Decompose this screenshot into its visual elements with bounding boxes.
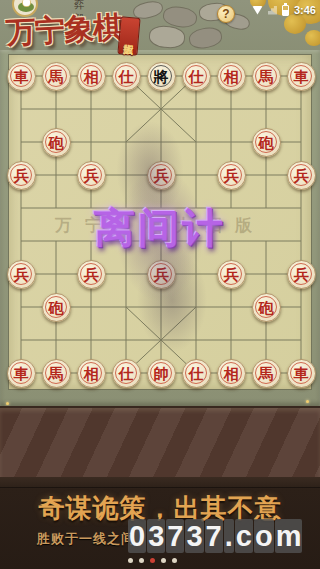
piece-仕-red[interactable]: 仕: [182, 359, 211, 388]
help-button[interactable]: ?: [217, 5, 235, 23]
board-grid: [9, 55, 313, 391]
carousel-dot-1[interactable]: [139, 558, 144, 563]
carousel-dot-2[interactable]: [150, 558, 155, 563]
piece-兵-red[interactable]: 兵: [77, 260, 106, 289]
piece-兵-red[interactable]: 兵: [217, 161, 246, 190]
wooden-shelf: [0, 406, 320, 477]
slogan-subline: 胜败于一线之间: [37, 530, 135, 548]
game-title-logo: 万宁象棋: [5, 7, 123, 54]
piece-仕-red[interactable]: 仕: [112, 62, 141, 91]
piece-相-red[interactable]: 相: [77, 62, 106, 91]
piece-兵-red[interactable]: 兵: [147, 260, 176, 289]
carousel-dot-4[interactable]: [172, 558, 177, 563]
piece-相-red[interactable]: 相: [217, 62, 246, 91]
piece-馬-red[interactable]: 馬: [42, 62, 71, 91]
piece-砲-red[interactable]: 砲: [42, 128, 71, 157]
piece-將-black[interactable]: 將: [147, 62, 176, 91]
carousel-dots: [0, 558, 304, 563]
piece-相-red[interactable]: 相: [77, 359, 106, 388]
piece-車-red[interactable]: 車: [287, 359, 316, 388]
leaf-decoration: [284, 14, 306, 34]
piece-砲-red[interactable]: 砲: [252, 128, 281, 157]
app-screen: 3:46 弈毅 万宁象棋 大招版 ? 車馬相仕將仕相馬車砲砲兵兵兵兵兵兵兵兵兵兵…: [0, 0, 320, 569]
sparkle-decoration: [6, 402, 9, 405]
sparkle-decoration: [306, 400, 309, 403]
piece-砲-red[interactable]: 砲: [42, 293, 71, 322]
piece-帥-red[interactable]: 帥: [147, 359, 176, 388]
status-bar: 3:46: [252, 4, 316, 16]
stone-decoration: [188, 26, 224, 51]
carousel-dot-0[interactable]: [128, 558, 133, 563]
piece-兵-red[interactable]: 兵: [7, 260, 36, 289]
battery-icon: [282, 5, 289, 16]
edition-badge: 大招版: [117, 16, 140, 56]
piece-仕-red[interactable]: 仕: [112, 359, 141, 388]
leaf-decoration: [305, 30, 320, 46]
clock-time: 3:46: [294, 4, 316, 16]
piece-兵-red[interactable]: 兵: [217, 260, 246, 289]
piece-馬-red[interactable]: 馬: [252, 62, 281, 91]
site-watermark: 03737.com: [128, 519, 303, 553]
board-frame: 車馬相仕將仕相馬車砲砲兵兵兵兵兵兵兵兵兵兵砲砲車馬相仕帥仕相馬車: [0, 50, 320, 406]
piece-馬-red[interactable]: 馬: [42, 359, 71, 388]
piece-兵-red[interactable]: 兵: [287, 161, 316, 190]
piece-兵-red[interactable]: 兵: [147, 161, 176, 190]
piece-相-red[interactable]: 相: [217, 359, 246, 388]
cell-signal-icon: [268, 6, 277, 15]
wifi-icon: [252, 6, 263, 15]
piece-兵-red[interactable]: 兵: [77, 161, 106, 190]
piece-仕-red[interactable]: 仕: [182, 62, 211, 91]
piece-車-red[interactable]: 車: [7, 359, 36, 388]
piece-兵-red[interactable]: 兵: [7, 161, 36, 190]
footer-banner[interactable]: 奇谋诡策，出其不意 胜败于一线之间 03737.com: [0, 477, 320, 569]
carousel-dot-3[interactable]: [161, 558, 166, 563]
piece-馬-red[interactable]: 馬: [252, 359, 281, 388]
piece-砲-red[interactable]: 砲: [252, 293, 281, 322]
piece-車-red[interactable]: 車: [287, 62, 316, 91]
piece-兵-red[interactable]: 兵: [287, 260, 316, 289]
board[interactable]: 車馬相仕將仕相馬車砲砲兵兵兵兵兵兵兵兵兵兵砲砲車馬相仕帥仕相馬車: [8, 54, 312, 390]
piece-車-red[interactable]: 車: [7, 62, 36, 91]
stone-decoration: [148, 24, 186, 49]
